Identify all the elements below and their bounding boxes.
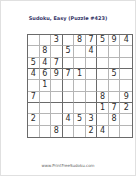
cell-r9-c4 [63, 126, 75, 137]
cell-r7-c3 [51, 103, 63, 114]
cell-r2-c6: 4 [86, 46, 98, 57]
cell-r8-c4: 4 [63, 114, 75, 125]
cell-r6-c6 [86, 92, 98, 103]
cell-r5-c9 [120, 80, 132, 91]
cell-r2-c7 [97, 46, 109, 57]
cell-r3-c4 [63, 58, 75, 69]
cell-r8-c3 [51, 114, 63, 125]
cell-r3-c3: 7 [51, 58, 63, 69]
cell-r1-c9: 4 [120, 35, 132, 46]
cell-r4-c8: 5 [109, 69, 121, 80]
cell-r7-c4 [63, 103, 75, 114]
cell-r2-c5 [74, 46, 86, 57]
cell-r2-c2: 8 [40, 46, 52, 57]
cell-r2-c8 [109, 46, 121, 57]
cell-r9-c9 [120, 126, 132, 137]
cell-r3-c5 [74, 58, 86, 69]
cell-r5-c5 [74, 80, 86, 91]
cell-r9-c3: 8 [51, 126, 63, 137]
cell-r8-c9 [120, 114, 132, 125]
cell-r1-c7: 5 [97, 35, 109, 46]
cell-r2-c1 [28, 46, 40, 57]
cell-r5-c6 [86, 80, 98, 91]
cell-r8-c5: 5 [74, 114, 86, 125]
cell-r1-c6: 7 [86, 35, 98, 46]
cell-r1-c4 [63, 35, 75, 46]
cell-r6-c2 [40, 92, 52, 103]
cell-r5-c2: 1 [40, 80, 52, 91]
cell-r4-c3: 9 [51, 69, 63, 80]
cell-r6-c1: 7 [28, 92, 40, 103]
cell-r3-c1: 5 [28, 58, 40, 69]
cell-r4-c6 [86, 69, 98, 80]
cell-r1-c3: 3 [51, 35, 63, 46]
cell-r7-c9: 2 [120, 103, 132, 114]
cell-r9-c1 [28, 126, 40, 137]
cell-r5-c3 [51, 80, 63, 91]
cell-r6-c7: 8 [97, 92, 109, 103]
cell-r6-c4 [63, 92, 75, 103]
cell-r5-c7 [97, 80, 109, 91]
cell-r9-c7: 4 [97, 126, 109, 137]
cell-r1-c2 [40, 35, 52, 46]
cell-r2-c3 [51, 46, 63, 57]
cell-r9-c2 [40, 126, 52, 137]
cell-r7-c5 [74, 103, 86, 114]
cell-r9-c5 [74, 126, 86, 137]
cell-r3-c6 [86, 58, 98, 69]
cell-r9-c8 [109, 126, 121, 137]
cell-r5-c4 [63, 80, 75, 91]
cell-r8-c7 [97, 114, 109, 125]
cell-r6-c3 [51, 92, 63, 103]
cell-r8-c6: 3 [86, 114, 98, 125]
cell-r3-c9 [120, 58, 132, 69]
puzzle-title: Sudoku, Easy (Puzzle #423) [1, 15, 135, 21]
cell-r1-c8: 9 [109, 35, 121, 46]
cell-r9-c6: 2 [86, 126, 98, 137]
cell-r3-c7 [97, 58, 109, 69]
cell-r4-c7 [97, 69, 109, 80]
cell-r6-c9: 9 [120, 92, 132, 103]
sudoku-grid: 387594854547469715178917224538824 [27, 34, 133, 138]
cell-r8-c1: 2 [28, 114, 40, 125]
cell-r2-c9 [120, 46, 132, 57]
cell-r6-c8 [109, 92, 121, 103]
cell-r4-c9 [120, 69, 132, 80]
cell-r8-c8: 8 [109, 114, 121, 125]
cell-r4-c1: 4 [28, 69, 40, 80]
cell-r7-c8: 7 [109, 103, 121, 114]
cell-r1-c5: 8 [74, 35, 86, 46]
cell-r7-c6 [86, 103, 98, 114]
cell-r4-c4: 7 [63, 69, 75, 80]
cell-r5-c8 [109, 80, 121, 91]
cell-r5-c1 [28, 80, 40, 91]
cell-r8-c2 [40, 114, 52, 125]
cell-r7-c7: 1 [97, 103, 109, 114]
cell-r6-c5 [74, 92, 86, 103]
cell-r3-c8 [109, 58, 121, 69]
printed-sudoku-page: Sudoku, Easy (Puzzle #423) 3875948545474… [0, 0, 136, 176]
cell-r3-c2: 4 [40, 58, 52, 69]
cell-r1-c1 [28, 35, 40, 46]
cell-r4-c5: 1 [74, 69, 86, 80]
cell-r7-c1 [28, 103, 40, 114]
cell-r7-c2 [40, 103, 52, 114]
cell-r2-c4: 5 [63, 46, 75, 57]
cell-r4-c2: 6 [40, 69, 52, 80]
footer-url: www.PrintFreeSudoku.com [1, 163, 135, 168]
